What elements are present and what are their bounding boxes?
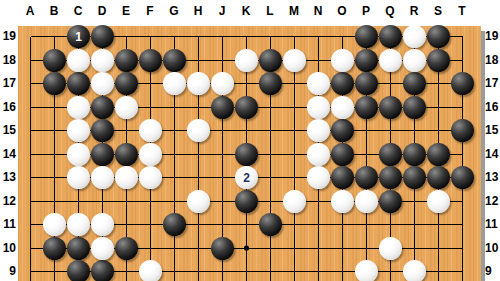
stone-white-N16[interactable] <box>307 96 330 119</box>
column-label-C: C <box>66 2 90 20</box>
stone-black-E18[interactable] <box>115 49 138 72</box>
stone-white-C13[interactable] <box>67 166 90 189</box>
row-label-left-9: 9 <box>0 264 16 278</box>
stone-black-P13[interactable] <box>355 166 378 189</box>
stone-white-K13[interactable]: 2 <box>235 166 258 189</box>
row-label-left-17: 17 <box>0 76 16 90</box>
column-label-F: F <box>138 2 162 20</box>
stone-black-S19[interactable] <box>427 25 450 48</box>
stone-black-S13[interactable] <box>427 166 450 189</box>
row-label-right-11: 11 <box>485 217 500 231</box>
column-label-H: H <box>186 2 210 20</box>
column-label-R: R <box>402 2 426 20</box>
stone-white-O16[interactable] <box>331 96 354 119</box>
stone-white-N17[interactable] <box>307 72 330 95</box>
stone-white-D17[interactable] <box>91 72 114 95</box>
stone-black-C9[interactable] <box>67 260 90 281</box>
stone-black-E17[interactable] <box>115 72 138 95</box>
column-label-L: L <box>258 2 282 20</box>
stone-white-D11[interactable] <box>91 213 114 236</box>
board-shadow <box>481 31 485 281</box>
stone-white-G17[interactable] <box>163 72 186 95</box>
stone-black-R16[interactable] <box>403 96 426 119</box>
row-label-right-18: 18 <box>485 53 500 67</box>
stone-white-N13[interactable] <box>307 166 330 189</box>
go-app-screen: ABCDEFGHJKLMNOPQRST 19181716151413121110… <box>0 0 500 281</box>
stone-white-E16[interactable] <box>115 96 138 119</box>
stone-black-L11[interactable] <box>259 213 282 236</box>
stone-black-B18[interactable] <box>43 49 66 72</box>
column-label-K: K <box>234 2 258 20</box>
stone-black-E10[interactable] <box>115 237 138 260</box>
stone-white-C11[interactable] <box>67 213 90 236</box>
stone-black-O14[interactable] <box>331 143 354 166</box>
stone-black-K16[interactable] <box>235 96 258 119</box>
stone-black-P19[interactable] <box>355 25 378 48</box>
stone-black-P16[interactable] <box>355 96 378 119</box>
stone-black-O13[interactable] <box>331 166 354 189</box>
stone-black-D16[interactable] <box>91 96 114 119</box>
stone-black-O17[interactable] <box>331 72 354 95</box>
move-number-label-C19: 1 <box>67 25 90 48</box>
stone-black-Q16[interactable] <box>379 96 402 119</box>
stone-black-Q19[interactable] <box>379 25 402 48</box>
stone-white-C16[interactable] <box>67 96 90 119</box>
stone-white-B11[interactable] <box>43 213 66 236</box>
stone-black-G11[interactable] <box>163 213 186 236</box>
stone-white-P12[interactable] <box>355 190 378 213</box>
go-board[interactable]: 12 <box>18 26 481 281</box>
stone-white-P9[interactable] <box>355 260 378 281</box>
move-number-label-K13: 2 <box>235 166 258 189</box>
stone-black-Q12[interactable] <box>379 190 402 213</box>
stone-white-C15[interactable] <box>67 119 90 142</box>
column-label-P: P <box>354 2 378 20</box>
stone-black-D15[interactable] <box>91 119 114 142</box>
stone-white-N15[interactable] <box>307 119 330 142</box>
stone-black-B10[interactable] <box>43 237 66 260</box>
row-label-right-15: 15 <box>485 123 500 137</box>
stone-black-C19[interactable]: 1 <box>67 25 90 48</box>
row-label-right-12: 12 <box>485 194 500 208</box>
stone-white-H12[interactable] <box>187 190 210 213</box>
stone-white-J17[interactable] <box>211 72 234 95</box>
stone-white-M12[interactable] <box>283 190 306 213</box>
row-label-left-15: 15 <box>0 123 16 137</box>
row-label-left-13: 13 <box>0 170 16 184</box>
stone-black-F18[interactable] <box>139 49 162 72</box>
stone-white-K18[interactable] <box>235 49 258 72</box>
stone-white-O18[interactable] <box>331 49 354 72</box>
row-label-right-10: 10 <box>485 241 500 255</box>
column-label-S: S <box>426 2 450 20</box>
stone-white-F9[interactable] <box>139 260 162 281</box>
row-label-left-10: 10 <box>0 241 16 255</box>
row-label-right-17: 17 <box>485 76 500 90</box>
stone-black-C10[interactable] <box>67 237 90 260</box>
stone-black-T13[interactable] <box>451 166 474 189</box>
column-label-T: T <box>450 2 474 20</box>
row-label-right-13: 13 <box>485 170 500 184</box>
column-label-Q: Q <box>378 2 402 20</box>
stone-black-K14[interactable] <box>235 143 258 166</box>
stone-black-K12[interactable] <box>235 190 258 213</box>
stone-white-Q10[interactable] <box>379 237 402 260</box>
stone-white-N14[interactable] <box>307 143 330 166</box>
star-point-K10 <box>244 245 249 250</box>
column-label-G: G <box>162 2 186 20</box>
stone-black-D14[interactable] <box>91 143 114 166</box>
stone-black-L17[interactable] <box>259 72 282 95</box>
stone-white-D18[interactable] <box>91 49 114 72</box>
stone-black-T15[interactable] <box>451 119 474 142</box>
stone-white-C14[interactable] <box>67 143 90 166</box>
column-label-J: J <box>210 2 234 20</box>
stone-black-G18[interactable] <box>163 49 186 72</box>
row-label-left-11: 11 <box>0 217 16 231</box>
stone-white-C18[interactable] <box>67 49 90 72</box>
row-label-right-19: 19 <box>485 29 500 43</box>
column-label-B: B <box>42 2 66 20</box>
stone-black-J16[interactable] <box>211 96 234 119</box>
stone-white-F14[interactable] <box>139 143 162 166</box>
stone-black-C17[interactable] <box>67 72 90 95</box>
stone-black-D9[interactable] <box>91 260 114 281</box>
stone-white-R19[interactable] <box>403 25 426 48</box>
stone-black-S18[interactable] <box>427 49 450 72</box>
stone-black-Q13[interactable] <box>379 166 402 189</box>
stone-black-R13[interactable] <box>403 166 426 189</box>
column-label-N: N <box>306 2 330 20</box>
row-label-left-12: 12 <box>0 194 16 208</box>
column-label-E: E <box>114 2 138 20</box>
stone-white-F13[interactable] <box>139 166 162 189</box>
row-label-right-9: 9 <box>485 264 500 278</box>
stone-white-D10[interactable] <box>91 237 114 260</box>
stone-white-H15[interactable] <box>187 119 210 142</box>
row-label-right-16: 16 <box>485 100 500 114</box>
stone-black-J10[interactable] <box>211 237 234 260</box>
stone-white-D13[interactable] <box>91 166 114 189</box>
stone-white-E13[interactable] <box>115 166 138 189</box>
stone-black-T17[interactable] <box>451 72 474 95</box>
stone-white-F15[interactable] <box>139 119 162 142</box>
stone-white-Q18[interactable] <box>379 49 402 72</box>
stone-white-R18[interactable] <box>403 49 426 72</box>
row-label-left-14: 14 <box>0 147 16 161</box>
stone-white-R9[interactable] <box>403 260 426 281</box>
stone-black-S14[interactable] <box>427 143 450 166</box>
stone-black-B17[interactable] <box>43 72 66 95</box>
column-label-D: D <box>90 2 114 20</box>
column-label-M: M <box>282 2 306 20</box>
column-label-O: O <box>330 2 354 20</box>
stone-black-P18[interactable] <box>355 49 378 72</box>
stone-black-P17[interactable] <box>355 72 378 95</box>
stone-black-R17[interactable] <box>403 72 426 95</box>
stone-black-L18[interactable] <box>259 49 282 72</box>
stone-black-O15[interactable] <box>331 119 354 142</box>
row-label-left-19: 19 <box>0 29 16 43</box>
stone-white-O12[interactable] <box>331 190 354 213</box>
stone-white-H17[interactable] <box>187 72 210 95</box>
stone-black-E14[interactable] <box>115 143 138 166</box>
stone-white-S12[interactable] <box>427 190 450 213</box>
row-label-right-14: 14 <box>485 147 500 161</box>
stone-black-Q14[interactable] <box>379 143 402 166</box>
stone-white-M18[interactable] <box>283 49 306 72</box>
row-label-left-18: 18 <box>0 53 16 67</box>
stone-black-R14[interactable] <box>403 143 426 166</box>
stone-black-D19[interactable] <box>91 25 114 48</box>
row-label-left-16: 16 <box>0 100 16 114</box>
column-label-A: A <box>18 2 42 20</box>
